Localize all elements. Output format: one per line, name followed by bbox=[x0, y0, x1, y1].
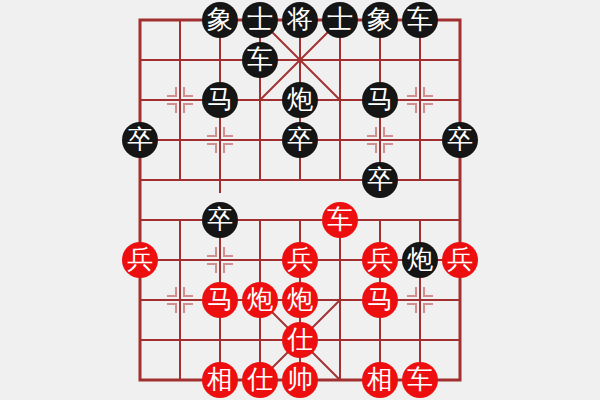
piece-black-horse[interactable]: 马 bbox=[362, 82, 398, 118]
piece-red-cannon[interactable]: 炮 bbox=[242, 282, 278, 318]
piece-red-marshal[interactable]: 帅 bbox=[282, 362, 318, 398]
piece-black-soldier[interactable]: 卒 bbox=[202, 202, 238, 238]
piece-red-elephant[interactable]: 相 bbox=[202, 362, 238, 398]
piece-black-cannon[interactable]: 炮 bbox=[282, 82, 318, 118]
piece-red-advisor[interactable]: 仕 bbox=[282, 322, 318, 358]
piece-black-soldier[interactable]: 卒 bbox=[282, 122, 318, 158]
piece-red-chariot[interactable]: 车 bbox=[402, 362, 438, 398]
piece-red-soldier[interactable]: 兵 bbox=[122, 242, 158, 278]
piece-red-soldier[interactable]: 兵 bbox=[442, 242, 478, 278]
piece-red-chariot[interactable]: 车 bbox=[322, 202, 358, 238]
piece-black-soldier[interactable]: 卒 bbox=[122, 122, 158, 158]
piece-black-general[interactable]: 将 bbox=[282, 2, 318, 38]
piece-black-soldier[interactable]: 卒 bbox=[362, 162, 398, 198]
piece-black-soldier[interactable]: 卒 bbox=[442, 122, 478, 158]
piece-black-elephant[interactable]: 象 bbox=[362, 2, 398, 38]
piece-red-elephant[interactable]: 相 bbox=[362, 362, 398, 398]
piece-red-soldier[interactable]: 兵 bbox=[362, 242, 398, 278]
piece-black-advisor[interactable]: 士 bbox=[322, 2, 358, 38]
piece-black-cannon[interactable]: 炮 bbox=[402, 242, 438, 278]
piece-black-chariot[interactable]: 车 bbox=[402, 2, 438, 38]
piece-red-soldier[interactable]: 兵 bbox=[282, 242, 318, 278]
pieces-layer: 象士将士象车车马炮马卒卒卒卒卒炮车兵兵兵兵马炮炮马仕相仕帅相车 bbox=[120, 0, 480, 400]
piece-red-advisor[interactable]: 仕 bbox=[242, 362, 278, 398]
piece-red-cannon[interactable]: 炮 bbox=[282, 282, 318, 318]
piece-red-horse[interactable]: 马 bbox=[202, 282, 238, 318]
xiangqi-board[interactable]: 象士将士象车车马炮马卒卒卒卒卒炮车兵兵兵兵马炮炮马仕相仕帅相车 bbox=[0, 0, 600, 400]
piece-black-advisor[interactable]: 士 bbox=[242, 2, 278, 38]
piece-black-horse[interactable]: 马 bbox=[202, 82, 238, 118]
piece-black-elephant[interactable]: 象 bbox=[202, 2, 238, 38]
piece-red-horse[interactable]: 马 bbox=[362, 282, 398, 318]
piece-black-chariot[interactable]: 车 bbox=[242, 42, 278, 78]
